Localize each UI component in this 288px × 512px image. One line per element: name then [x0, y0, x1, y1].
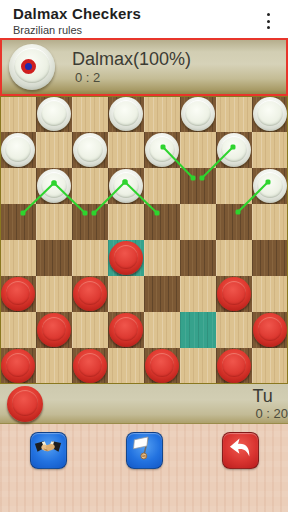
square-c5[interactable] — [72, 204, 108, 240]
kebab-menu-icon[interactable] — [261, 13, 275, 29]
square-a3[interactable] — [0, 276, 36, 312]
white-piece-icon — [9, 44, 55, 90]
red-piece[interactable] — [1, 349, 35, 383]
square-g6[interactable] — [216, 168, 252, 204]
red-piece[interactable] — [109, 313, 143, 347]
square-h4[interactable] — [252, 240, 288, 276]
red-piece[interactable] — [217, 277, 251, 311]
square-b6[interactable] — [36, 168, 72, 204]
red-piece[interactable] — [109, 241, 143, 275]
white-piece[interactable] — [1, 133, 35, 167]
white-piece[interactable] — [253, 97, 287, 131]
square-a8[interactable] — [0, 96, 36, 132]
square-h5[interactable] — [252, 204, 288, 240]
red-piece[interactable] — [73, 277, 107, 311]
square-d5[interactable] — [108, 204, 144, 240]
white-piece[interactable] — [145, 133, 179, 167]
square-c7[interactable] — [72, 132, 108, 168]
white-piece[interactable] — [37, 169, 71, 203]
red-piece[interactable] — [217, 349, 251, 383]
player-bar-top: Dalmax(100%) 0 : 2 — [0, 38, 288, 96]
square-g7[interactable] — [216, 132, 252, 168]
square-h1[interactable] — [252, 348, 288, 384]
square-b8[interactable] — [36, 96, 72, 132]
square-c8[interactable] — [72, 96, 108, 132]
white-piece[interactable] — [253, 169, 287, 203]
square-h7[interactable] — [252, 132, 288, 168]
square-f4[interactable] — [180, 240, 216, 276]
resign-button[interactable] — [126, 432, 163, 469]
square-f1[interactable] — [180, 348, 216, 384]
square-e5[interactable] — [144, 204, 180, 240]
white-piece[interactable] — [73, 133, 107, 167]
square-g8[interactable] — [216, 96, 252, 132]
square-c4[interactable] — [72, 240, 108, 276]
square-c2[interactable] — [72, 312, 108, 348]
square-a4[interactable] — [0, 240, 36, 276]
app-subtitle: Brazilian rules — [13, 24, 82, 36]
square-b4[interactable] — [36, 240, 72, 276]
draw-offer-button[interactable] — [30, 432, 67, 469]
square-e7[interactable] — [144, 132, 180, 168]
square-e8[interactable] — [144, 96, 180, 132]
red-piece[interactable] — [1, 277, 35, 311]
square-c1[interactable] — [72, 348, 108, 384]
square-a6[interactable] — [0, 168, 36, 204]
square-g5[interactable] — [216, 204, 252, 240]
square-f6[interactable] — [180, 168, 216, 204]
square-b7[interactable] — [36, 132, 72, 168]
handshake-icon — [34, 435, 62, 466]
white-piece[interactable] — [217, 133, 251, 167]
red-piece[interactable] — [37, 313, 71, 347]
square-d3[interactable] — [108, 276, 144, 312]
undo-button[interactable] — [222, 432, 259, 469]
checkers-board — [0, 96, 288, 384]
square-h6[interactable] — [252, 168, 288, 204]
square-b1[interactable] — [36, 348, 72, 384]
square-f3[interactable] — [180, 276, 216, 312]
app-window: Dalmax Checkers Brazilian rules Dalmax(1… — [0, 0, 288, 512]
square-d2[interactable] — [108, 312, 144, 348]
square-c3[interactable] — [72, 276, 108, 312]
square-d4[interactable] — [108, 240, 144, 276]
square-b5[interactable] — [36, 204, 72, 240]
square-f8[interactable] — [180, 96, 216, 132]
white-flag-icon — [130, 435, 158, 466]
red-piece[interactable] — [73, 349, 107, 383]
player-bar-bottom: Tu 0 : 20 — [0, 384, 288, 424]
square-g2[interactable] — [216, 312, 252, 348]
app-title: Dalmax Checkers — [13, 5, 141, 22]
square-b2[interactable] — [36, 312, 72, 348]
square-e3[interactable] — [144, 276, 180, 312]
square-e2[interactable] — [144, 312, 180, 348]
square-f5[interactable] — [180, 204, 216, 240]
square-a1[interactable] — [0, 348, 36, 384]
square-d8[interactable] — [108, 96, 144, 132]
white-piece[interactable] — [37, 97, 71, 131]
square-h3[interactable] — [252, 276, 288, 312]
square-h2[interactable] — [252, 312, 288, 348]
square-d1[interactable] — [108, 348, 144, 384]
square-d6[interactable] — [108, 168, 144, 204]
red-piece[interactable] — [253, 313, 287, 347]
turn-indicator-dot — [21, 59, 36, 74]
square-e1[interactable] — [144, 348, 180, 384]
undo-arrow-icon — [226, 435, 254, 466]
player-score-top: 0 : 2 — [72, 70, 191, 86]
app-header: Dalmax Checkers Brazilian rules — [0, 0, 288, 38]
square-c6[interactable] — [72, 168, 108, 204]
board-grid — [0, 96, 288, 384]
square-f2[interactable] — [180, 312, 216, 348]
square-a7[interactable] — [0, 132, 36, 168]
square-e6[interactable] — [144, 168, 180, 204]
square-a2[interactable] — [0, 312, 36, 348]
square-g4[interactable] — [216, 240, 252, 276]
player-name-top: Dalmax(100%) — [72, 48, 191, 70]
white-piece[interactable] — [109, 97, 143, 131]
square-b3[interactable] — [36, 276, 72, 312]
square-e4[interactable] — [144, 240, 180, 276]
red-piece[interactable] — [145, 349, 179, 383]
square-d7[interactable] — [108, 132, 144, 168]
white-piece[interactable] — [181, 97, 215, 131]
player-score-bottom: 0 : 20 — [252, 406, 288, 422]
red-piece-icon — [7, 386, 43, 422]
square-g3[interactable] — [216, 276, 252, 312]
player-name-bottom: Tu — [252, 386, 288, 406]
white-piece[interactable] — [109, 169, 143, 203]
square-g1[interactable] — [216, 348, 252, 384]
square-f7[interactable] — [180, 132, 216, 168]
square-a5[interactable] — [0, 204, 36, 240]
footer — [0, 424, 288, 512]
square-h8[interactable] — [252, 96, 288, 132]
